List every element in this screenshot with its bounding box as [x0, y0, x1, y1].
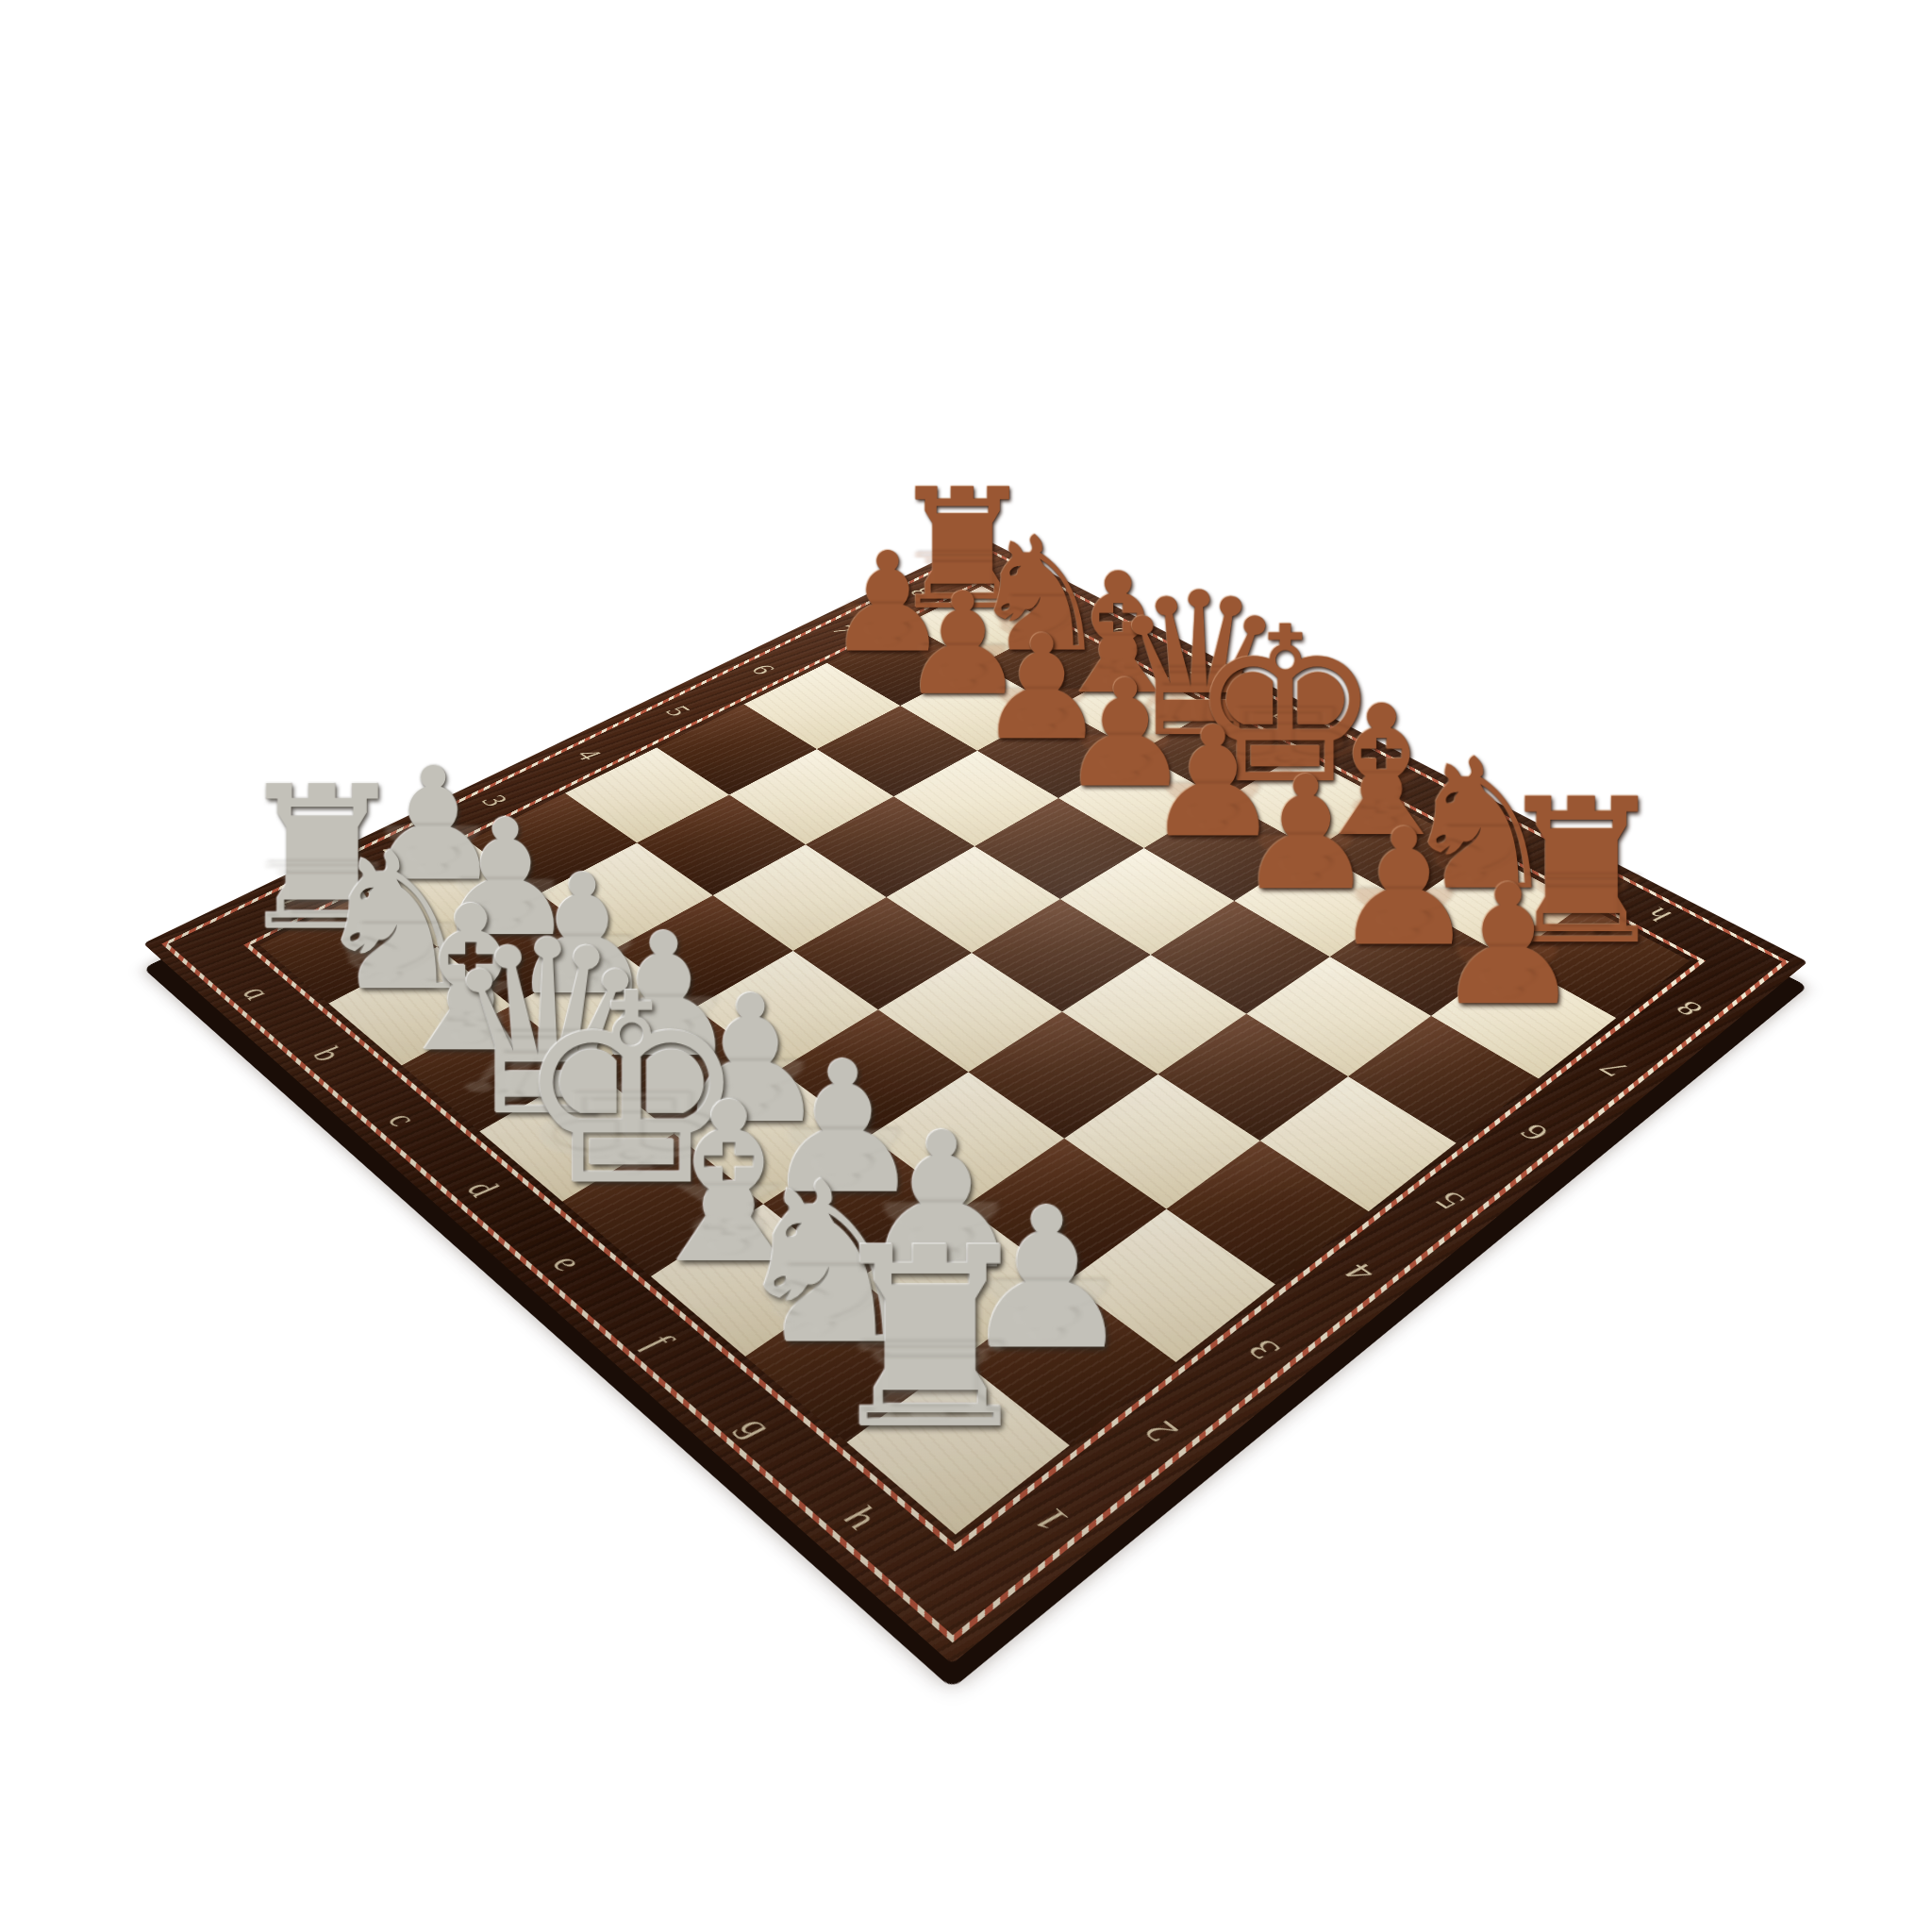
- rank-label-6-right: 6: [1514, 1118, 1555, 1148]
- rank-label-4-right: 4: [1338, 1256, 1382, 1290]
- rank-label-5-left: 5: [659, 702, 696, 721]
- file-label-g-near: g: [730, 1407, 781, 1446]
- piece-black-pawn-h7 (legionary-with-rectangular-shield)[interactable]: ♟♟: [1401, 862, 1616, 1028]
- file-label-a-near: a: [234, 979, 278, 1006]
- file-label-b-near: b: [305, 1041, 350, 1068]
- rank-label-7-right: 7: [1595, 1055, 1635, 1083]
- piece-white-rook-h1 (corinthian-column)[interactable]: ♜♜: [800, 1215, 1061, 1464]
- rank-label-4-left: 4: [570, 744, 608, 764]
- file-label-c-far: c: [1180, 665, 1212, 683]
- file-label-e-far: e: [1351, 753, 1384, 773]
- white-rook-reflection: ♜: [800, 1325, 1061, 1430]
- rank-label-8-right: 8: [1671, 995, 1708, 1022]
- product-photo-scene: aa11bb22cc33dd44ee55ff66gg77hh88 ♜♜♞♞♝♝♛…: [0, 0, 1932, 1932]
- black-pawn-reflection: ♟: [1401, 935, 1616, 1005]
- file-label-d-near: d: [458, 1173, 507, 1204]
- file-label-b-far: b: [1101, 624, 1134, 641]
- file-label-f-near: f: [636, 1326, 680, 1357]
- rank-label-2-right: 2: [1137, 1412, 1186, 1451]
- file-label-e-near: e: [543, 1246, 591, 1278]
- file-label-c-near: c: [379, 1105, 425, 1133]
- rank-label-8-left: 8: [905, 584, 938, 601]
- rank-label-5-right: 5: [1429, 1185, 1472, 1217]
- rank-label-6-left: 6: [745, 660, 781, 678]
- board-surface: aa11bb22cc33dd44ee55ff66gg77hh88 ♜♜♞♞♝♝♛…: [143, 539, 1808, 1665]
- file-label-a-far: a: [1025, 585, 1058, 602]
- rank-label-7-left: 7: [826, 621, 860, 639]
- file-label-h-near: h: [835, 1497, 888, 1539]
- chess-board: aa11bb22cc33dd44ee55ff66gg77hh88 ♜♜♞♞♝♝♛…: [383, 364, 1560, 1541]
- rank-label-1-right: 1: [1025, 1499, 1076, 1541]
- file-label-d-far: d: [1262, 708, 1296, 727]
- rank-label-3-right: 3: [1241, 1331, 1287, 1367]
